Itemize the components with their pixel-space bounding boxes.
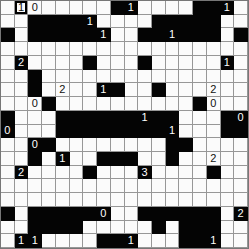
cell-r14c1[interactable] [1, 179, 15, 193]
cell-r18c8[interactable] [97, 234, 111, 248]
cell-r13c2[interactable]: 2 [15, 166, 29, 180]
cell-r10c6[interactable] [70, 125, 84, 139]
cell-r16c1[interactable] [1, 207, 15, 221]
cell-r7c15[interactable] [193, 83, 207, 97]
cell-r12c15[interactable] [193, 152, 207, 166]
cell-r4c14[interactable] [179, 42, 193, 56]
cell-r8c16[interactable]: 0 [207, 97, 221, 111]
cell-r10c9[interactable] [111, 125, 125, 139]
cell-r3c9[interactable] [111, 28, 125, 42]
cell-r14c12[interactable] [152, 179, 166, 193]
cell-r6c7[interactable] [83, 70, 97, 84]
cell-r12c14[interactable] [179, 152, 193, 166]
cell-r1c15[interactable] [193, 1, 207, 15]
cell-r6c3[interactable] [28, 70, 42, 84]
cell-r8c2[interactable] [15, 97, 29, 111]
cell-r17c9[interactable] [111, 221, 125, 235]
cell-r13c17[interactable] [221, 166, 235, 180]
cell-r15c11[interactable] [138, 193, 152, 207]
cell-r3c2[interactable] [15, 28, 29, 42]
cell-r1c5[interactable] [56, 1, 70, 15]
cell-r15c9[interactable] [111, 193, 125, 207]
cell-r12c9[interactable] [111, 152, 125, 166]
cell-r18c3[interactable]: 1 [28, 234, 42, 248]
cell-r2c12[interactable] [152, 15, 166, 29]
cell-r14c5[interactable] [56, 179, 70, 193]
cell-r1c10[interactable]: 1 [125, 1, 139, 15]
cell-r7c1[interactable] [1, 83, 15, 97]
cell-r8c12[interactable] [152, 97, 166, 111]
cell-r1c9[interactable] [111, 1, 125, 15]
cell-r17c13[interactable] [166, 221, 180, 235]
cell-r9c14[interactable] [179, 111, 193, 125]
cell-r13c1[interactable] [1, 166, 15, 180]
cell-r11c14[interactable] [179, 138, 193, 152]
cell-r12c13[interactable] [166, 152, 180, 166]
cell-r13c13[interactable] [166, 166, 180, 180]
cell-r9c12[interactable] [152, 111, 166, 125]
cell-r10c18[interactable] [234, 125, 248, 139]
cell-r9c13[interactable] [166, 111, 180, 125]
cell-r4c11[interactable] [138, 42, 152, 56]
cell-r11c18[interactable] [234, 138, 248, 152]
cell-r6c1[interactable] [1, 70, 15, 84]
cell-r1c8[interactable] [97, 1, 111, 15]
cell-r14c16[interactable] [207, 179, 221, 193]
cell-r13c3[interactable] [28, 166, 42, 180]
cell-r6c18[interactable] [234, 70, 248, 84]
cell-r1c14[interactable] [179, 1, 193, 15]
cell-r6c5[interactable] [56, 70, 70, 84]
cell-r11c4[interactable] [42, 138, 56, 152]
cell-r16c9[interactable] [111, 207, 125, 221]
cell-r5c13[interactable] [166, 56, 180, 70]
cell-r12c16[interactable]: 2 [207, 152, 221, 166]
cell-r12c8[interactable] [97, 152, 111, 166]
cell-r12c2[interactable] [15, 152, 29, 166]
cell-r17c1[interactable] [1, 221, 15, 235]
cell-r4c8[interactable] [97, 42, 111, 56]
cell-r18c1[interactable] [1, 234, 15, 248]
cell-r14c10[interactable] [125, 179, 139, 193]
cell-r1c4[interactable] [42, 1, 56, 15]
cell-r18c18[interactable] [234, 234, 248, 248]
cell-r14c2[interactable] [15, 179, 29, 193]
cell-r3c15[interactable] [193, 28, 207, 42]
cell-r3c17[interactable] [221, 28, 235, 42]
cell-r18c2[interactable]: 1 [15, 234, 29, 248]
cell-r15c2[interactable] [15, 193, 29, 207]
cell-r13c9[interactable] [111, 166, 125, 180]
cell-r2c14[interactable] [179, 15, 193, 29]
cell-r4c1[interactable] [1, 42, 15, 56]
cell-r4c2[interactable] [15, 42, 29, 56]
cell-r18c6[interactable] [70, 234, 84, 248]
cell-r9c16[interactable] [207, 111, 221, 125]
cell-r9c17[interactable] [221, 111, 235, 125]
cell-r3c10[interactable] [125, 28, 139, 42]
cell-r11c10[interactable] [125, 138, 139, 152]
cell-r6c2[interactable] [15, 70, 29, 84]
cell-r13c16[interactable] [207, 166, 221, 180]
cell-r7c4[interactable] [42, 83, 56, 97]
cell-r17c8[interactable] [97, 221, 111, 235]
cell-r12c1[interactable] [1, 152, 15, 166]
cell-r3c7[interactable] [83, 28, 97, 42]
cell-r5c1[interactable] [1, 56, 15, 70]
cell-r5c16[interactable] [207, 56, 221, 70]
cell-r11c2[interactable] [15, 138, 29, 152]
cell-r18c13[interactable] [166, 234, 180, 248]
cell-r3c6[interactable] [70, 28, 84, 42]
cell-r14c4[interactable] [42, 179, 56, 193]
cell-r12c10[interactable] [125, 152, 139, 166]
cell-r15c13[interactable] [166, 193, 180, 207]
cell-r3c11[interactable] [138, 28, 152, 42]
cell-r3c1[interactable] [1, 28, 15, 42]
cell-r7c12[interactable] [152, 83, 166, 97]
cell-r5c8[interactable] [97, 56, 111, 70]
cell-r10c16[interactable] [207, 125, 221, 139]
cell-r8c10[interactable] [125, 97, 139, 111]
cell-r3c16[interactable] [207, 28, 221, 42]
cell-r9c1[interactable] [1, 111, 15, 125]
cell-r14c6[interactable] [70, 179, 84, 193]
cell-r4c13[interactable] [166, 42, 180, 56]
cell-r16c13[interactable] [166, 207, 180, 221]
cell-r4c18[interactable] [234, 42, 248, 56]
cell-r13c4[interactable] [42, 166, 56, 180]
cell-r1c12[interactable] [152, 1, 166, 15]
cell-r15c15[interactable] [193, 193, 207, 207]
cell-r17c14[interactable] [179, 221, 193, 235]
cell-r12c7[interactable] [83, 152, 97, 166]
cell-r16c15[interactable] [193, 207, 207, 221]
cell-r2c18[interactable] [234, 15, 248, 29]
cell-r11c5[interactable] [56, 138, 70, 152]
cell-r8c8[interactable] [97, 97, 111, 111]
cell-r10c2[interactable] [15, 125, 29, 139]
cell-r1c16[interactable] [207, 1, 221, 15]
cell-r8c6[interactable] [70, 97, 84, 111]
cell-r5c4[interactable] [42, 56, 56, 70]
cell-r9c10[interactable] [125, 111, 139, 125]
cell-r7c17[interactable] [221, 83, 235, 97]
cell-r8c11[interactable] [138, 97, 152, 111]
cell-r10c8[interactable] [97, 125, 111, 139]
cell-r2c7[interactable]: 1 [83, 15, 97, 29]
cell-r14c18[interactable] [234, 179, 248, 193]
cell-r17c4[interactable] [42, 221, 56, 235]
cell-r5c18[interactable] [234, 56, 248, 70]
cell-r17c11[interactable] [138, 221, 152, 235]
cell-r16c4[interactable] [42, 207, 56, 221]
cell-r4c17[interactable] [221, 42, 235, 56]
cell-r1c7[interactable] [83, 1, 97, 15]
cell-r18c7[interactable] [83, 234, 97, 248]
cell-r14c9[interactable] [111, 179, 125, 193]
cell-r15c3[interactable] [28, 193, 42, 207]
cell-r6c15[interactable] [193, 70, 207, 84]
cell-r9c2[interactable] [15, 111, 29, 125]
cell-r10c7[interactable] [83, 125, 97, 139]
cell-r8c3[interactable]: 0 [28, 97, 42, 111]
cell-r16c17[interactable] [221, 207, 235, 221]
cell-r17c10[interactable] [125, 221, 139, 235]
cell-r1c13[interactable] [166, 1, 180, 15]
cell-r15c5[interactable] [56, 193, 70, 207]
cell-r6c14[interactable] [179, 70, 193, 84]
cell-r18c11[interactable] [138, 234, 152, 248]
cell-r4c6[interactable] [70, 42, 84, 56]
cell-r10c17[interactable] [221, 125, 235, 139]
cell-r4c5[interactable] [56, 42, 70, 56]
cell-r17c5[interactable] [56, 221, 70, 235]
cell-r14c11[interactable] [138, 179, 152, 193]
cell-r12c5[interactable]: 1 [56, 152, 70, 166]
cell-r14c13[interactable] [166, 179, 180, 193]
cell-r17c6[interactable] [70, 221, 84, 235]
cell-r13c12[interactable] [152, 166, 166, 180]
cell-r9c7[interactable] [83, 111, 97, 125]
cell-r16c7[interactable] [83, 207, 97, 221]
cell-r14c7[interactable] [83, 179, 97, 193]
cell-r4c3[interactable] [28, 42, 42, 56]
cell-r3c3[interactable] [28, 28, 42, 42]
cell-r15c1[interactable] [1, 193, 15, 207]
cell-r13c6[interactable] [70, 166, 84, 180]
cell-r4c9[interactable] [111, 42, 125, 56]
cell-r6c16[interactable] [207, 70, 221, 84]
cell-r4c10[interactable] [125, 42, 139, 56]
cell-r14c14[interactable] [179, 179, 193, 193]
cell-r1c1[interactable] [1, 1, 15, 15]
cell-r16c12[interactable] [152, 207, 166, 221]
cell-r6c10[interactable] [125, 70, 139, 84]
cell-r2c15[interactable] [193, 15, 207, 29]
cell-r6c8[interactable] [97, 70, 111, 84]
cell-r7c10[interactable] [125, 83, 139, 97]
cell-r8c15[interactable] [193, 97, 207, 111]
cell-r7c6[interactable] [70, 83, 84, 97]
cell-r4c4[interactable] [42, 42, 56, 56]
cell-r10c13[interactable]: 1 [166, 125, 180, 139]
cell-r12c18[interactable] [234, 152, 248, 166]
cell-r12c6[interactable] [70, 152, 84, 166]
cell-r13c7[interactable] [83, 166, 97, 180]
cell-r2c10[interactable] [125, 15, 139, 29]
cell-r17c7[interactable] [83, 221, 97, 235]
cell-r5c7[interactable] [83, 56, 97, 70]
cell-r14c15[interactable] [193, 179, 207, 193]
cell-r10c4[interactable] [42, 125, 56, 139]
cell-r5c12[interactable] [152, 56, 166, 70]
cell-r13c15[interactable] [193, 166, 207, 180]
cell-r4c15[interactable] [193, 42, 207, 56]
cell-r6c17[interactable] [221, 70, 235, 84]
cell-r7c7[interactable] [83, 83, 97, 97]
cell-r7c9[interactable] [111, 83, 125, 97]
cell-r6c6[interactable] [70, 70, 84, 84]
cell-r5c14[interactable] [179, 56, 193, 70]
cell-r15c14[interactable] [179, 193, 193, 207]
cell-r10c15[interactable] [193, 125, 207, 139]
cell-r14c3[interactable] [28, 179, 42, 193]
cell-r3c12[interactable] [152, 28, 166, 42]
cell-r11c16[interactable] [207, 138, 221, 152]
cell-r18c17[interactable] [221, 234, 235, 248]
cell-r6c4[interactable] [42, 70, 56, 84]
cell-r1c6[interactable] [70, 1, 84, 15]
cell-r5c17[interactable]: 1 [221, 56, 235, 70]
cell-r18c5[interactable] [56, 234, 70, 248]
cell-r11c8[interactable] [97, 138, 111, 152]
cell-r18c10[interactable]: 1 [125, 234, 139, 248]
cell-r14c17[interactable] [221, 179, 235, 193]
cell-r8c4[interactable] [42, 97, 56, 111]
cell-r15c4[interactable] [42, 193, 56, 207]
cell-r10c14[interactable] [179, 125, 193, 139]
cell-r2c4[interactable] [42, 15, 56, 29]
cell-r13c10[interactable] [125, 166, 139, 180]
cell-r11c15[interactable] [193, 138, 207, 152]
cell-r2c13[interactable] [166, 15, 180, 29]
cell-r18c15[interactable] [193, 234, 207, 248]
cell-r10c3[interactable] [28, 125, 42, 139]
cell-r5c11[interactable] [138, 56, 152, 70]
cell-r5c5[interactable] [56, 56, 70, 70]
cell-r1c18[interactable] [234, 1, 248, 15]
cell-r8c14[interactable] [179, 97, 193, 111]
cell-r9c8[interactable] [97, 111, 111, 125]
cell-r15c16[interactable] [207, 193, 221, 207]
cell-r8c5[interactable] [56, 97, 70, 111]
cell-r1c11[interactable] [138, 1, 152, 15]
cell-r4c7[interactable] [83, 42, 97, 56]
cell-r7c14[interactable] [179, 83, 193, 97]
cell-r2c16[interactable] [207, 15, 221, 29]
cell-r2c9[interactable] [111, 15, 125, 29]
cell-r8c17[interactable] [221, 97, 235, 111]
cell-r17c16[interactable] [207, 221, 221, 235]
cell-r9c9[interactable] [111, 111, 125, 125]
cell-r3c5[interactable] [56, 28, 70, 42]
cell-r15c7[interactable] [83, 193, 97, 207]
cell-r8c9[interactable] [111, 97, 125, 111]
cell-r2c11[interactable] [138, 15, 152, 29]
cell-r5c3[interactable] [28, 56, 42, 70]
cell-r9c15[interactable] [193, 111, 207, 125]
cell-r10c10[interactable] [125, 125, 139, 139]
cell-r8c13[interactable] [166, 97, 180, 111]
cell-r5c6[interactable] [70, 56, 84, 70]
cell-r3c4[interactable] [42, 28, 56, 42]
cell-r2c6[interactable] [70, 15, 84, 29]
cell-r1c17[interactable]: 1 [221, 1, 235, 15]
cell-r7c13[interactable] [166, 83, 180, 97]
cell-r17c3[interactable] [28, 221, 42, 235]
cell-r11c3[interactable]: 0 [28, 138, 42, 152]
cell-r2c5[interactable] [56, 15, 70, 29]
cell-r11c1[interactable] [1, 138, 15, 152]
cell-r9c4[interactable] [42, 111, 56, 125]
cell-r5c15[interactable] [193, 56, 207, 70]
cell-r10c5[interactable] [56, 125, 70, 139]
cell-r11c13[interactable] [166, 138, 180, 152]
cell-r15c18[interactable] [234, 193, 248, 207]
cell-r18c14[interactable] [179, 234, 193, 248]
cell-r1c2[interactable]: 1 [15, 1, 29, 15]
cell-r3c13[interactable]: 1 [166, 28, 180, 42]
cell-r10c11[interactable] [138, 125, 152, 139]
cell-r12c11[interactable] [138, 152, 152, 166]
cell-r11c12[interactable] [152, 138, 166, 152]
cell-r4c12[interactable] [152, 42, 166, 56]
cell-r13c5[interactable] [56, 166, 70, 180]
cell-r16c11[interactable] [138, 207, 152, 221]
cell-r6c11[interactable] [138, 70, 152, 84]
cell-r16c16[interactable] [207, 207, 221, 221]
cell-r17c15[interactable] [193, 221, 207, 235]
cell-r15c10[interactable] [125, 193, 139, 207]
cell-r9c3[interactable] [28, 111, 42, 125]
cell-r2c8[interactable] [97, 15, 111, 29]
cell-r16c14[interactable] [179, 207, 193, 221]
cell-r3c8[interactable]: 1 [97, 28, 111, 42]
cell-r9c6[interactable] [70, 111, 84, 125]
cell-r18c12[interactable] [152, 234, 166, 248]
cell-r13c14[interactable] [179, 166, 193, 180]
cell-r18c4[interactable] [42, 234, 56, 248]
cell-r12c4[interactable] [42, 152, 56, 166]
cell-r16c18[interactable]: 2 [234, 207, 248, 221]
cell-r17c2[interactable] [15, 221, 29, 235]
cell-r2c17[interactable] [221, 15, 235, 29]
cell-r17c12[interactable] [152, 221, 166, 235]
cell-r12c3[interactable] [28, 152, 42, 166]
cell-r7c5[interactable]: 2 [56, 83, 70, 97]
cell-r16c2[interactable] [15, 207, 29, 221]
cell-r13c8[interactable] [97, 166, 111, 180]
cell-r4c16[interactable] [207, 42, 221, 56]
cell-r7c18[interactable] [234, 83, 248, 97]
cell-r15c12[interactable] [152, 193, 166, 207]
cell-r7c16[interactable]: 2 [207, 83, 221, 97]
cell-r11c17[interactable] [221, 138, 235, 152]
cell-r12c17[interactable] [221, 152, 235, 166]
cell-r13c11[interactable]: 3 [138, 166, 152, 180]
cell-r6c13[interactable] [166, 70, 180, 84]
cell-r15c17[interactable] [221, 193, 235, 207]
cell-r8c1[interactable] [1, 97, 15, 111]
cell-r8c7[interactable] [83, 97, 97, 111]
cell-r5c2[interactable]: 2 [15, 56, 29, 70]
cell-r17c17[interactable] [221, 221, 235, 235]
cell-r3c14[interactable] [179, 28, 193, 42]
cell-r5c9[interactable] [111, 56, 125, 70]
cell-r16c6[interactable] [70, 207, 84, 221]
cell-r9c18[interactable]: 0 [234, 111, 248, 125]
cell-r10c1[interactable]: 0 [1, 125, 15, 139]
cell-r13c18[interactable] [234, 166, 248, 180]
cell-r7c8[interactable]: 1 [97, 83, 111, 97]
cell-r15c6[interactable] [70, 193, 84, 207]
cell-r7c3[interactable] [28, 83, 42, 97]
cell-r2c2[interactable] [15, 15, 29, 29]
cell-r8c18[interactable] [234, 97, 248, 111]
cell-r16c5[interactable] [56, 207, 70, 221]
cell-r15c8[interactable] [97, 193, 111, 207]
